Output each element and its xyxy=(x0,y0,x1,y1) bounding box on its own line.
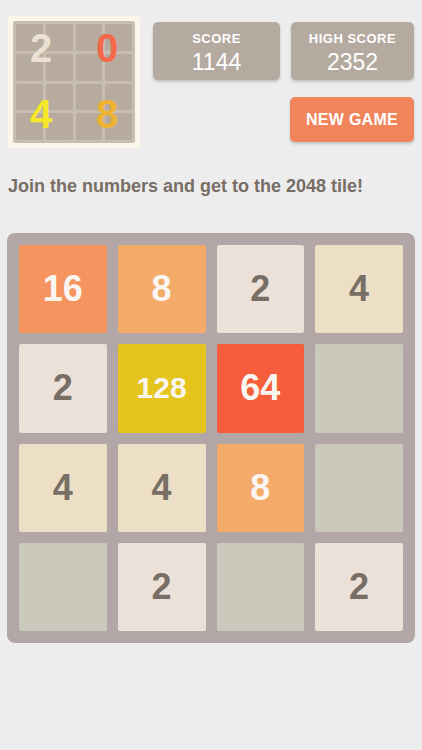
tile-64: 64 xyxy=(217,344,305,432)
new-game-button[interactable]: NEW GAME xyxy=(290,97,414,142)
empty-cell xyxy=(19,543,107,631)
score-value: 1144 xyxy=(153,49,280,76)
empty-cell xyxy=(315,344,403,432)
tile-2: 2 xyxy=(118,543,206,631)
logo-digit-8: 8 xyxy=(96,94,118,134)
tile-2: 2 xyxy=(315,543,403,631)
empty-cell xyxy=(315,444,403,532)
game-board[interactable]: 1682421286444822 xyxy=(7,233,415,643)
app-screen: 2 0 4 8 SCORE 1144 HIGH SCORE 2352 NEW G… xyxy=(0,0,422,750)
tile-128: 128 xyxy=(118,344,206,432)
tile-16: 16 xyxy=(19,245,107,333)
logo-digit-0: 0 xyxy=(96,28,118,68)
high-score-value: 2352 xyxy=(291,49,414,76)
tile-2: 2 xyxy=(19,344,107,432)
high-score-box: HIGH SCORE 2352 xyxy=(291,22,414,80)
tile-8: 8 xyxy=(118,245,206,333)
score-box: SCORE 1144 xyxy=(153,22,280,80)
app-logo: 2 0 4 8 xyxy=(8,16,140,148)
empty-cell xyxy=(217,543,305,631)
tagline: Join the numbers and get to the 2048 til… xyxy=(8,176,418,197)
high-score-label: HIGH SCORE xyxy=(291,31,414,46)
score-label: SCORE xyxy=(153,31,280,46)
tile-2: 2 xyxy=(217,245,305,333)
tile-4: 4 xyxy=(118,444,206,532)
tile-8: 8 xyxy=(217,444,305,532)
logo-digit-4: 4 xyxy=(30,94,52,134)
tile-4: 4 xyxy=(315,245,403,333)
logo-digit-2: 2 xyxy=(30,28,52,68)
tile-4: 4 xyxy=(19,444,107,532)
